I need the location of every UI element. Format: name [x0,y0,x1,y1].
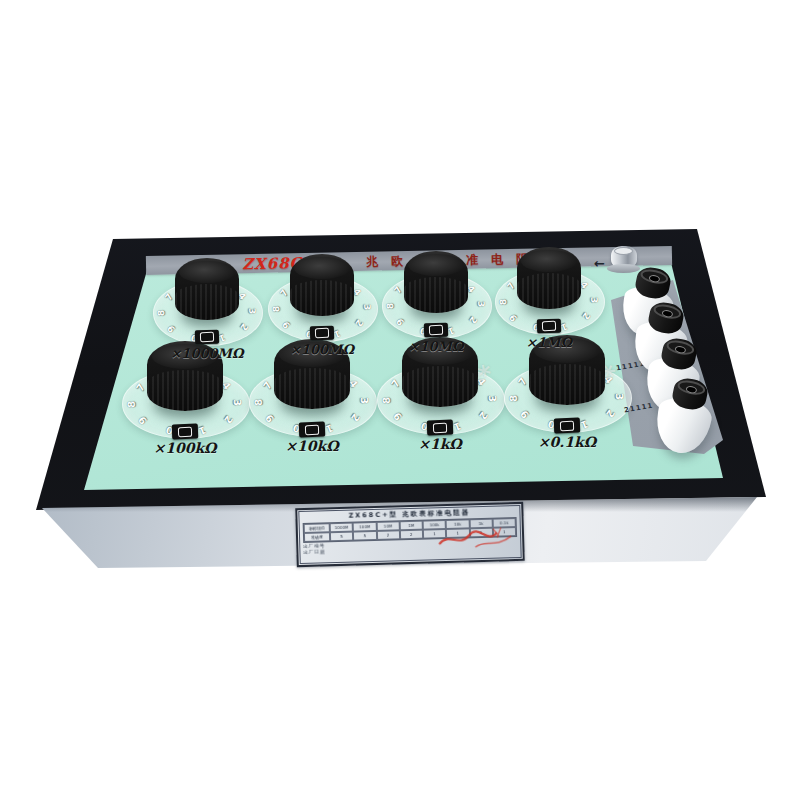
dial-digit: 9 [518,409,531,421]
dial-digit: 8 [253,399,264,406]
red-stamp [435,524,516,554]
dial-digit: 9 [136,415,149,427]
dial-digit: 7 [505,281,517,292]
dial-digit: 1 [197,424,207,437]
dial-digit: 3 [476,301,486,308]
dial-digit: 7 [163,292,175,303]
dial-digit: 9 [280,319,292,330]
dial-digit: 3 [362,304,372,311]
nameplate-cell: 2 [400,530,423,540]
knob-x1M[interactable] [517,247,581,309]
dial-digit: 1 [579,418,589,431]
dial-digit: 9 [391,411,404,423]
dial-digit: 2 [238,322,250,333]
indicator-window [554,418,581,434]
dial-digit: 7 [389,377,402,389]
nameplate-cell: 2 [376,530,399,540]
indicator-window [299,422,326,438]
dial-digit: 2 [604,407,617,419]
nameplate: ZX68C+型 兆欧表标准电阻器 标称阻值1000M100M10M1M100k1… [295,502,525,567]
indicator-window [195,330,219,345]
dial-digit: 7 [261,379,274,391]
knob-x100M[interactable] [290,254,354,316]
knob-label-x100M: ×100MΩ [257,342,387,357]
indicator-window [537,319,561,334]
dial-digit: 1 [324,422,334,435]
dial-digit: 8 [381,397,392,404]
dial-digit: 8 [508,395,519,402]
knob-x10M[interactable] [404,251,468,313]
dial-digit: 8 [271,306,281,313]
dial-digit: 2 [222,413,235,425]
knob-label-x10M: ×10MΩ [371,339,501,354]
indicator-window [310,326,334,341]
knob-label-x100k: ×100kΩ [120,440,250,456]
dial-digit: 7 [516,375,529,387]
dial-digit: 2 [580,311,592,322]
dial-digit: 8 [498,299,508,306]
arrow-left-icon: ← [594,256,605,271]
knob-label-x1000M: ×1000MΩ [142,346,272,361]
dial-digit: 8 [126,401,137,408]
dial-digit: 3 [487,395,498,402]
nameplate-cell: 5 [330,532,353,542]
nameplate-cell: 5 [353,531,376,541]
dial-digit: 1 [452,420,462,433]
dial-digit: 3 [359,397,370,404]
dial-digit: 3 [247,308,257,315]
dial-digit: 9 [507,312,519,323]
indicator-window [427,420,454,436]
dial-digit: 8 [385,303,395,310]
dial-digit: 3 [232,399,243,406]
dial-digit: 7 [278,288,290,299]
knob-x1000M[interactable] [175,258,239,320]
dial-digit: 9 [394,316,406,327]
knob-label-x10k: ×10kΩ [247,438,377,454]
dial-digit: 2 [467,315,479,326]
dial-digit: 7 [134,381,147,393]
product-photo: ZX68C+ 型 兆欧表标准电阻器 0123456789 0123456789 … [0,0,800,800]
dial-digit: 9 [263,413,276,425]
knob-label-x1k: ×1kΩ [375,436,505,452]
indicator-window [172,424,199,440]
knob-label-x1M: ×1MΩ [484,335,614,350]
dial-digit: 2 [477,409,490,421]
nameplate-inner: ZX68C+型 兆欧表标准电阻器 标称阻值1000M100M10M1M100k1… [298,505,521,564]
dial-digit: 9 [165,323,177,334]
indicator-window [424,323,448,338]
nameplate-cell: 准确度 [304,532,330,542]
dial-digit: 2 [353,318,365,329]
ground-post[interactable] [611,246,637,269]
dial-digit: 8 [156,310,166,317]
dial-digit: 3 [614,393,625,400]
dial-digit: 2 [349,411,362,423]
dial-digit: 3 [589,297,599,304]
dial-digit: 7 [392,285,404,296]
knob-label-x01k: ×0.1kΩ [502,434,632,450]
